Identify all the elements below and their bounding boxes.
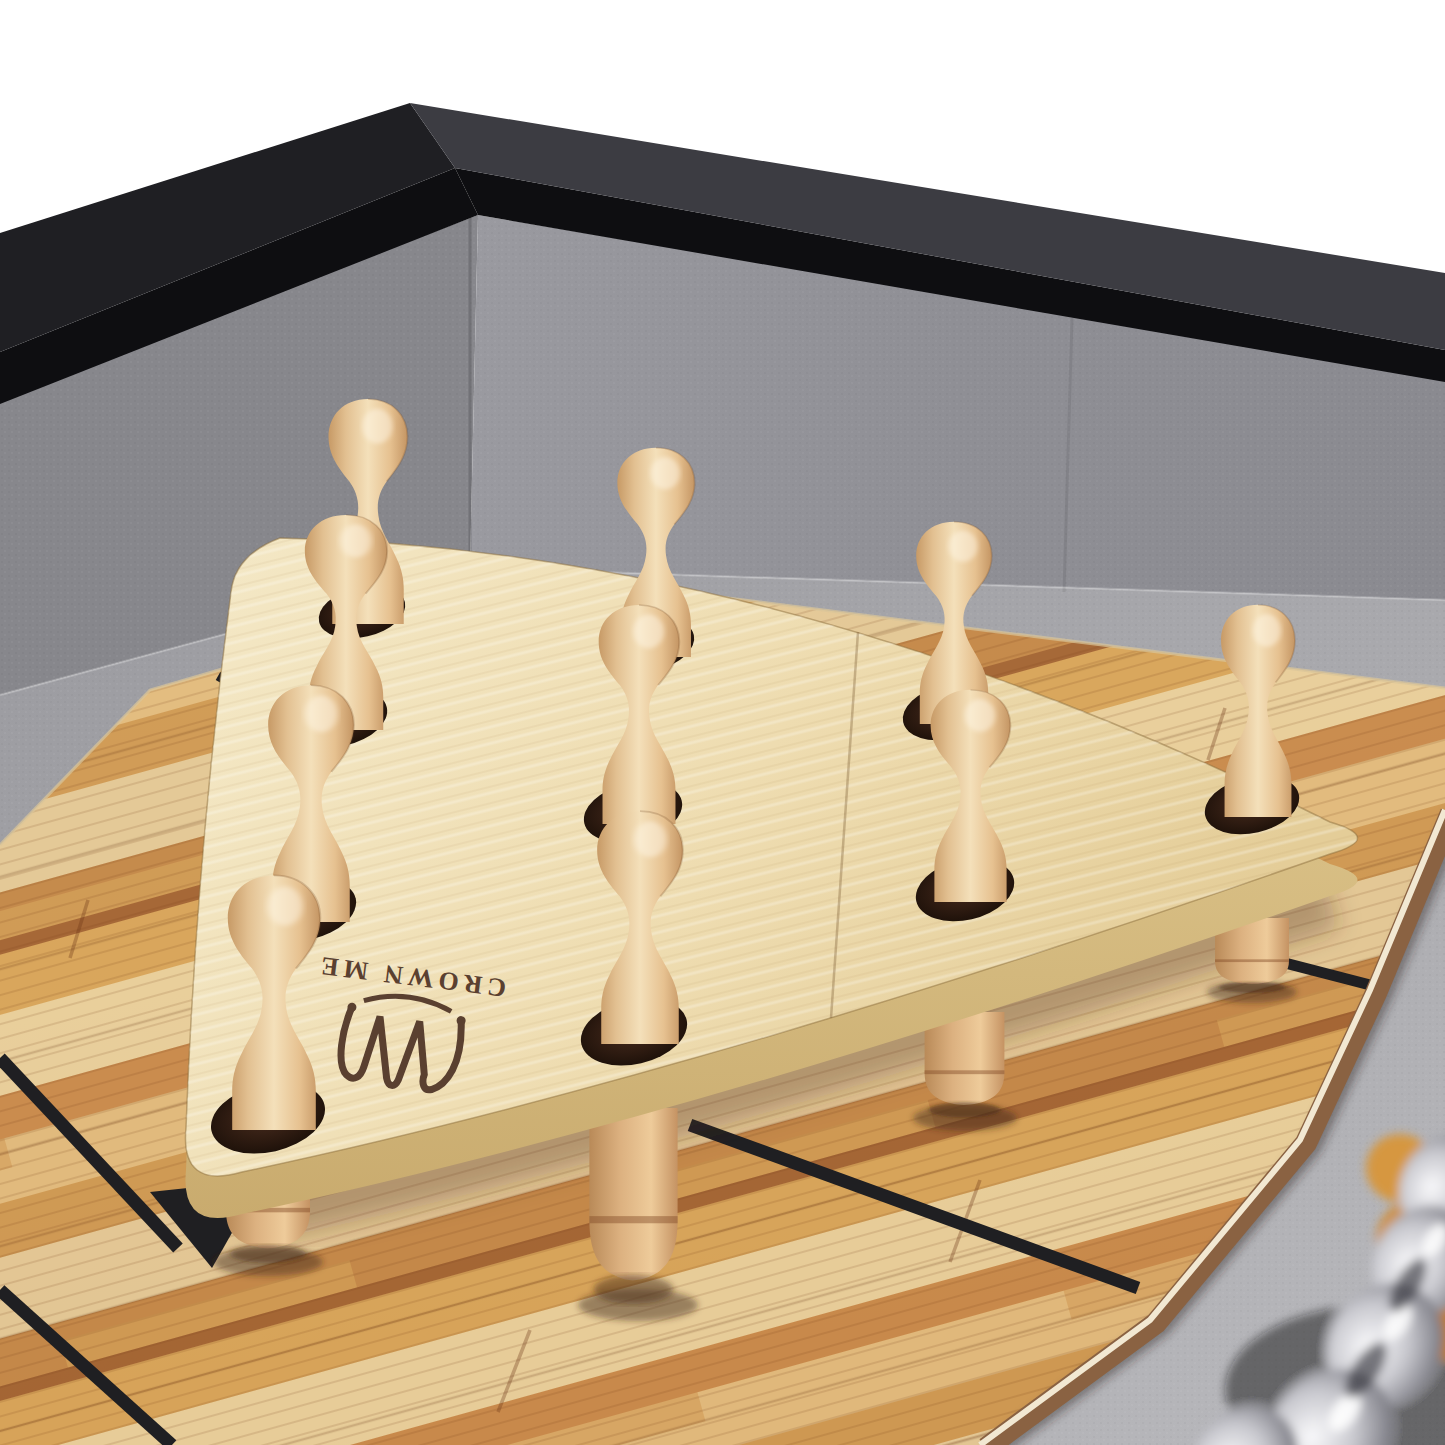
photo-shuffleboard-bowling-scene: CROWN ME <box>0 0 1445 1445</box>
